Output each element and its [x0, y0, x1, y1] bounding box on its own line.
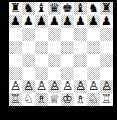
square-c7[interactable]: ♟ — [35, 15, 48, 28]
square-a6[interactable] — [9, 28, 22, 41]
square-g6[interactable] — [87, 28, 100, 41]
square-g1[interactable]: ♘ — [87, 93, 100, 106]
piece-black-pawn[interactable]: ♟ — [75, 15, 86, 28]
square-d5[interactable] — [48, 41, 61, 54]
square-g5[interactable] — [87, 41, 100, 54]
square-c5[interactable] — [35, 41, 48, 54]
square-b5[interactable] — [22, 41, 35, 54]
square-b6[interactable] — [22, 28, 35, 41]
square-h6[interactable] — [100, 28, 113, 41]
square-e7[interactable]: ♟ — [61, 15, 74, 28]
piece-white-rook[interactable]: ♖ — [101, 93, 112, 106]
square-h1[interactable]: ♖ — [100, 93, 113, 106]
square-d4[interactable] — [48, 54, 61, 67]
piece-white-knight[interactable]: ♘ — [23, 93, 34, 106]
square-f6[interactable] — [74, 28, 87, 41]
piece-white-queen[interactable]: ♕ — [49, 93, 60, 106]
piece-black-pawn[interactable]: ♟ — [101, 15, 112, 28]
square-a1[interactable]: ♖ — [9, 93, 22, 106]
piece-white-bishop[interactable]: ♗ — [75, 93, 86, 106]
piece-white-rook[interactable]: ♖ — [10, 93, 21, 106]
square-g4[interactable] — [87, 54, 100, 67]
chess-app-window: ♜♞♝♛♚♝♞♜♟♟♟♟♟♟♟♟♙♙♙♙♙♙♙♙♖♘♗♕♔♗♘♖ — [0, 0, 117, 120]
square-a7[interactable]: ♟ — [9, 15, 22, 28]
chess-board: ♜♞♝♛♚♝♞♜♟♟♟♟♟♟♟♟♙♙♙♙♙♙♙♙♖♘♗♕♔♗♘♖ — [9, 2, 113, 106]
piece-black-pawn[interactable]: ♟ — [88, 15, 99, 28]
square-b4[interactable] — [22, 54, 35, 67]
square-d7[interactable]: ♟ — [48, 15, 61, 28]
piece-white-knight[interactable]: ♘ — [88, 93, 99, 106]
square-e1[interactable]: ♔ — [61, 93, 74, 106]
piece-black-pawn[interactable]: ♟ — [23, 15, 34, 28]
square-b1[interactable]: ♘ — [22, 93, 35, 106]
square-d1[interactable]: ♕ — [48, 93, 61, 106]
square-h7[interactable]: ♟ — [100, 15, 113, 28]
square-f5[interactable] — [74, 41, 87, 54]
square-a4[interactable] — [9, 54, 22, 67]
square-h5[interactable] — [100, 41, 113, 54]
square-f7[interactable]: ♟ — [74, 15, 87, 28]
square-c6[interactable] — [35, 28, 48, 41]
square-e6[interactable] — [61, 28, 74, 41]
square-e4[interactable] — [61, 54, 74, 67]
square-f4[interactable] — [74, 54, 87, 67]
square-d6[interactable] — [48, 28, 61, 41]
piece-white-king[interactable]: ♔ — [62, 93, 73, 106]
piece-black-pawn[interactable]: ♟ — [10, 15, 21, 28]
square-h4[interactable] — [100, 54, 113, 67]
piece-black-pawn[interactable]: ♟ — [62, 15, 73, 28]
piece-black-pawn[interactable]: ♟ — [36, 15, 47, 28]
square-b7[interactable]: ♟ — [22, 15, 35, 28]
square-c1[interactable]: ♗ — [35, 93, 48, 106]
square-c4[interactable] — [35, 54, 48, 67]
square-e5[interactable] — [61, 41, 74, 54]
square-f1[interactable]: ♗ — [74, 93, 87, 106]
piece-white-bishop[interactable]: ♗ — [36, 93, 47, 106]
square-a5[interactable] — [9, 41, 22, 54]
square-g7[interactable]: ♟ — [87, 15, 100, 28]
piece-black-pawn[interactable]: ♟ — [49, 15, 60, 28]
